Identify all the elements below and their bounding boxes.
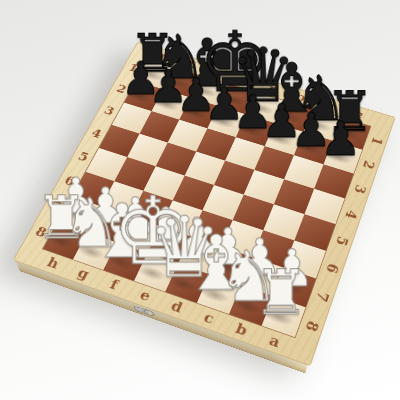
piece-glyph: ♜ <box>230 261 333 324</box>
photo-stage: hhggffeeddccbbaa1122334455667788 ♜♞♝♚♛♝♞… <box>0 0 400 400</box>
chess-board: hhggffeeddccbbaa1122334455667788 ♜♞♝♚♛♝♞… <box>13 41 396 366</box>
